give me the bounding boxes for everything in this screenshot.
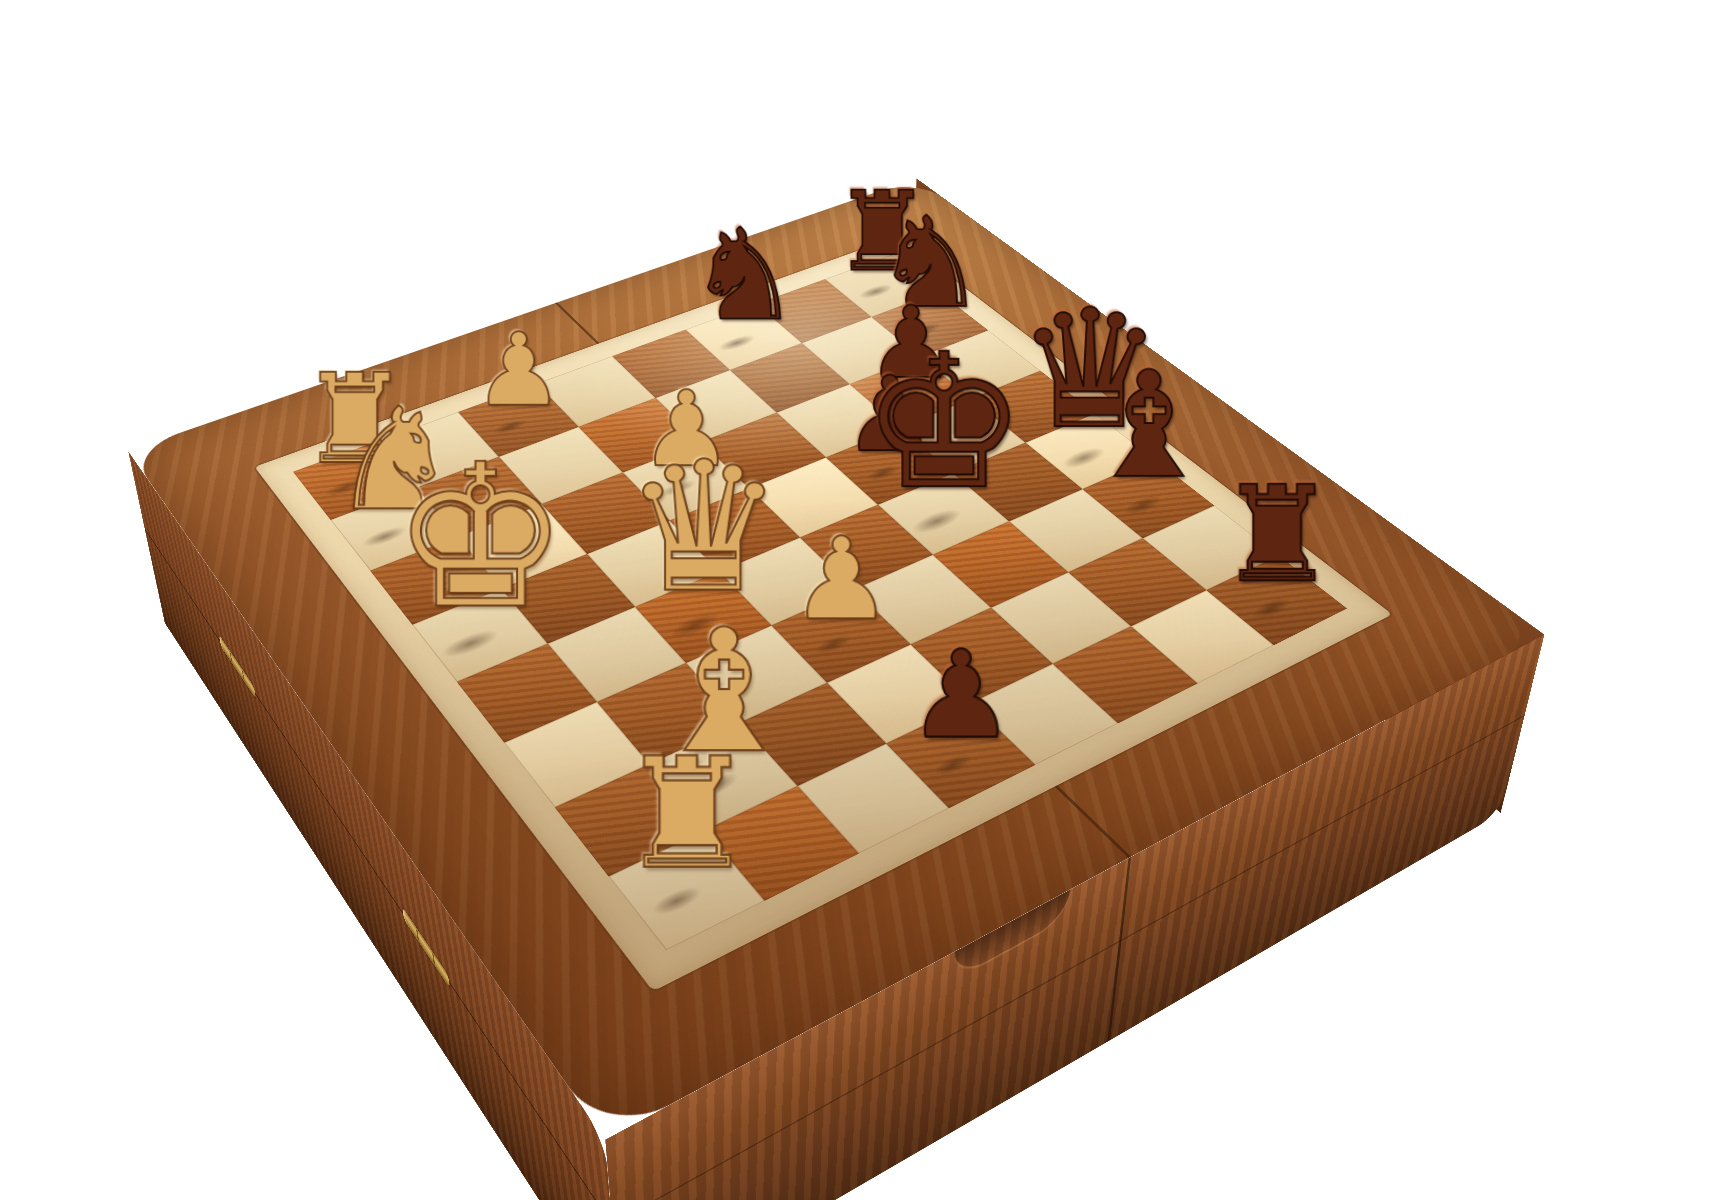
product-photo-scene: ♜♞♚♜♝♟♛♟♟♟♞♟♚♟♜♞♛♝♜ xyxy=(0,0,1719,1200)
brass-hinge-icon xyxy=(402,906,450,989)
pawn-glyph: ♟ xyxy=(790,523,892,635)
pawn-glyph: ♟ xyxy=(906,636,1015,755)
queen-glyph: ♛ xyxy=(622,440,783,616)
rook-glyph: ♜ xyxy=(618,739,755,889)
rook-glyph: ♜ xyxy=(1217,470,1336,600)
king-glyph: ♚ xyxy=(391,440,569,634)
pawn-glyph: ♟ xyxy=(473,321,563,420)
folding-chess-box: ♜♞♚♜♝♟♛♟♟♟♞♟♚♟♜♞♛♝♜ xyxy=(128,178,1544,1139)
brass-hinge-icon xyxy=(219,634,257,700)
fold-seam-front xyxy=(1107,857,1131,1042)
